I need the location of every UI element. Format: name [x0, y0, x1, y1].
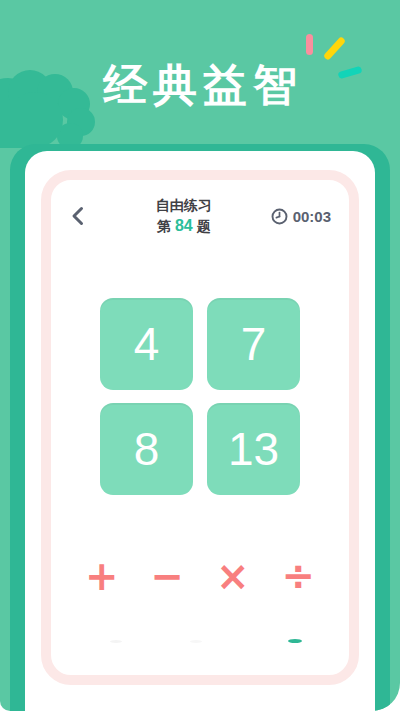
timer: 00:03	[271, 208, 331, 225]
chevron-left-icon	[71, 206, 84, 226]
app-screen: 经典益智 自由练习 第84题	[0, 0, 400, 711]
game-card: 自由练习 第84题 00:03 4 7 8 13	[25, 151, 375, 711]
number-tile-2[interactable]: 7	[207, 298, 300, 390]
number-tile-4[interactable]: 13	[207, 403, 300, 495]
question-suffix: 题	[197, 218, 211, 234]
minus-button[interactable]: −	[150, 556, 184, 596]
card-header: 自由练习 第84题 00:03	[71, 194, 331, 238]
question-prefix: 第	[157, 218, 171, 234]
question-info: 自由练习 第84题	[156, 196, 212, 237]
timer-value: 00:03	[293, 208, 331, 225]
divide-button[interactable]: ÷	[281, 556, 315, 596]
clock-icon	[271, 208, 288, 225]
number-tile-3[interactable]: 8	[100, 403, 193, 495]
page-title: 经典益智	[0, 56, 400, 115]
confetti-pink	[306, 34, 313, 55]
number-grid: 4 7 8 13	[51, 298, 349, 495]
question-number-line: 第84题	[156, 216, 212, 237]
plus-button[interactable]: +	[85, 556, 119, 596]
partial-dot-decoration	[110, 640, 122, 643]
partial-dot-decoration	[288, 639, 302, 643]
operator-row: + − × ÷	[85, 556, 315, 596]
back-button[interactable]	[71, 201, 97, 231]
puzzle-panel: 自由练习 第84题 00:03 4 7 8 13	[41, 170, 359, 685]
question-number: 84	[175, 217, 193, 234]
number-tile-1[interactable]: 4	[100, 298, 193, 390]
practice-mode-label: 自由练习	[156, 196, 212, 214]
partial-dot-decoration	[190, 640, 202, 643]
multiply-button[interactable]: ×	[216, 556, 250, 596]
